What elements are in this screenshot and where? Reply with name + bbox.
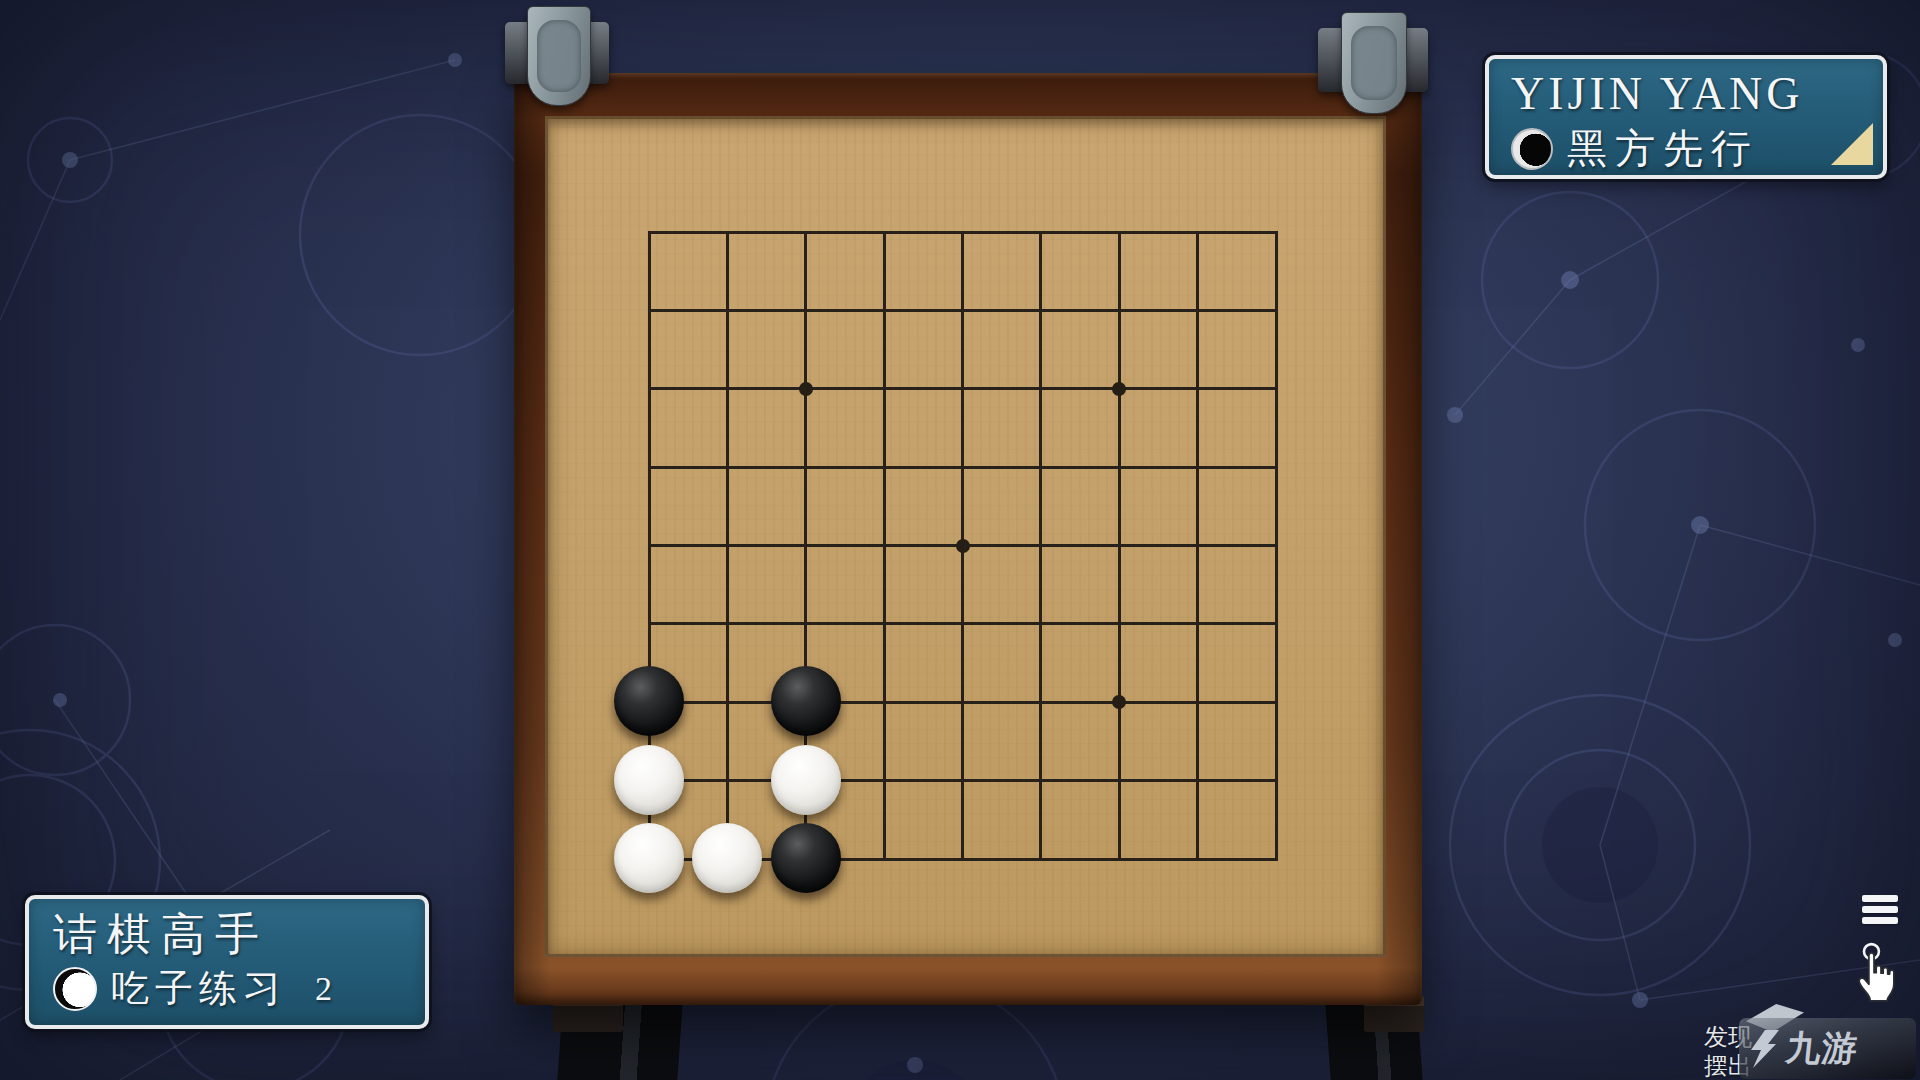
game-screen: YIJIN YANG 黑方先行 诘棋高手 吃子练习 2 发现 摆出 xyxy=(0,0,1920,1080)
puzzle-subtitle: 吃子练习 xyxy=(111,963,287,1014)
grid-line-vertical xyxy=(1118,231,1121,861)
pointing-hand-icon xyxy=(1850,941,1902,1007)
grid-line-vertical xyxy=(1275,231,1278,861)
stone-white-C2 xyxy=(771,745,841,815)
player-turn-panel[interactable]: YIJIN YANG 黑方先行 xyxy=(1485,55,1887,179)
puzzle-title: 诘棋高手 xyxy=(53,907,401,963)
stone-white-B1 xyxy=(692,823,762,893)
hamburger-icon xyxy=(1862,895,1898,902)
stone-black-A3 xyxy=(614,666,684,736)
hoshi-point xyxy=(799,382,813,396)
stone-white-A1 xyxy=(614,823,684,893)
hoshi-point xyxy=(956,539,970,553)
grid-line-vertical xyxy=(1039,231,1042,861)
menu-button[interactable] xyxy=(1862,895,1898,928)
watermark-text: 九游 xyxy=(1784,1025,1861,1072)
stone-black-C1 xyxy=(771,823,841,893)
puzzle-info-panel: 诘棋高手 吃子练习 2 xyxy=(25,895,429,1029)
clamp-pad xyxy=(537,20,581,92)
lightning-g-icon xyxy=(1749,1030,1779,1068)
grid-line-horizontal xyxy=(648,779,1278,782)
stone-black-C3 xyxy=(771,666,841,736)
grid-line-vertical xyxy=(1196,231,1199,861)
go-board-grid[interactable] xyxy=(649,232,1276,859)
turn-label: 黑方先行 xyxy=(1567,121,1759,176)
puzzle-number: 2 xyxy=(315,970,332,1008)
stone-white-A2 xyxy=(614,745,684,815)
hamburger-icon xyxy=(1862,917,1898,924)
black-stone-icon xyxy=(1511,128,1553,170)
player-name: YIJIN YANG xyxy=(1511,67,1861,121)
hoshi-point xyxy=(1112,382,1126,396)
hamburger-icon xyxy=(1862,906,1898,913)
grid-line-horizontal xyxy=(648,701,1278,704)
watermark-badge: 九游 xyxy=(1739,1018,1916,1079)
clamp-pad xyxy=(1351,26,1397,100)
hoshi-point xyxy=(1112,695,1126,709)
continue-triangle-icon[interactable] xyxy=(1831,123,1873,165)
grid-line-horizontal xyxy=(648,622,1278,625)
white-stone-icon xyxy=(53,967,97,1011)
